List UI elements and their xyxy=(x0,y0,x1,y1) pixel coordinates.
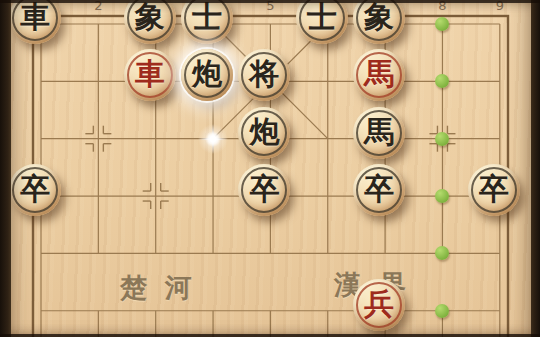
piece-character: 士 xyxy=(192,2,222,34)
frame-edge-top xyxy=(0,0,540,3)
piece-black-cannon[interactable]: 炮 xyxy=(238,107,290,159)
piece-character: 兵 xyxy=(364,289,394,321)
river-label-left: 楚河 xyxy=(120,270,210,306)
piece-black-soldier[interactable]: 卒 xyxy=(9,164,61,216)
piece-black-horse[interactable]: 馬 xyxy=(353,107,405,159)
piece-red-soldier[interactable]: 兵 xyxy=(353,279,405,331)
piece-character: 卒 xyxy=(479,174,509,206)
letterbox-right xyxy=(531,0,540,337)
piece-black-soldier[interactable]: 卒 xyxy=(353,164,405,216)
piece-black-cannon[interactable]: 炮 xyxy=(181,49,233,101)
piece-character: 炮 xyxy=(192,59,222,91)
video-frame: 123456789 楚河 漢界 車象士士象車炮将馬炮馬卒卒卒卒兵 xyxy=(0,0,540,337)
piece-character: 車 xyxy=(135,59,165,91)
piece-character: 車 xyxy=(20,2,50,34)
piece-red-chariot[interactable]: 車 xyxy=(124,49,176,101)
piece-character: 象 xyxy=(135,2,165,34)
piece-character: 馬 xyxy=(364,117,394,149)
piece-black-soldier[interactable]: 卒 xyxy=(468,164,520,216)
letterbox-left xyxy=(0,0,11,337)
piece-character: 卒 xyxy=(364,174,394,206)
piece-character: 卒 xyxy=(249,174,279,206)
piece-character: 馬 xyxy=(364,59,394,91)
piece-character: 士 xyxy=(307,2,337,34)
piece-character: 将 xyxy=(249,59,279,91)
piece-character: 炮 xyxy=(249,117,279,149)
piece-character: 象 xyxy=(364,2,394,34)
piece-character: 卒 xyxy=(20,174,50,206)
move-origin-marker xyxy=(196,122,230,156)
